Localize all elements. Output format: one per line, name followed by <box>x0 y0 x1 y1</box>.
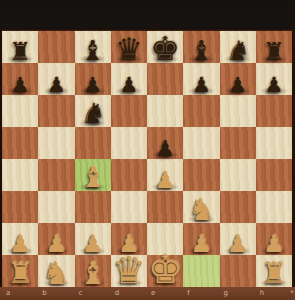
square-c4[interactable]: ♝ <box>75 159 111 191</box>
square-g8[interactable]: ♞ <box>220 31 256 63</box>
square-d8[interactable]: ♛ <box>111 31 147 63</box>
square-e4[interactable]: ♟ <box>147 159 183 191</box>
square-g5[interactable] <box>220 127 256 159</box>
black-pawn-e5[interactable]: ♟ <box>147 139 183 160</box>
white-rook-h1[interactable]: ♜ <box>256 260 292 288</box>
black-bishop-c8[interactable]: ♝ <box>75 38 111 64</box>
square-f4[interactable] <box>183 159 219 191</box>
file-label-g: g <box>224 289 228 298</box>
square-f1[interactable] <box>183 255 219 287</box>
white-pawn-c2[interactable]: ♟ <box>75 233 111 256</box>
square-b1[interactable]: ♞ <box>38 255 74 287</box>
square-h5[interactable] <box>256 127 292 159</box>
square-h1[interactable]: ♜ <box>256 255 292 287</box>
square-c7[interactable]: ♟ <box>75 63 111 95</box>
square-f8[interactable]: ♝ <box>183 31 219 63</box>
square-b5[interactable] <box>38 127 74 159</box>
black-knight-c6[interactable]: ♞ <box>75 101 111 128</box>
square-d3[interactable] <box>111 191 147 223</box>
square-h7[interactable]: ♟ <box>256 63 292 95</box>
square-e6[interactable] <box>147 95 183 127</box>
square-a6[interactable] <box>2 95 38 127</box>
white-bishop-c4[interactable]: ♝ <box>75 164 111 192</box>
white-pawn-e4[interactable]: ♟ <box>147 170 183 192</box>
black-king-e8[interactable]: ♚ <box>147 33 183 64</box>
square-d4[interactable] <box>111 159 147 191</box>
square-f2[interactable]: ♟ <box>183 223 219 255</box>
square-c6[interactable]: ♞ <box>75 95 111 127</box>
black-queen-d8[interactable]: ♛ <box>111 35 147 64</box>
square-f6[interactable] <box>183 95 219 127</box>
square-h8[interactable]: ♜ <box>256 31 292 63</box>
square-g1[interactable] <box>220 255 256 287</box>
square-e7[interactable] <box>147 63 183 95</box>
black-bishop-f8[interactable]: ♝ <box>183 38 219 64</box>
black-knight-g8[interactable]: ♞ <box>220 38 256 64</box>
square-c8[interactable]: ♝ <box>75 31 111 63</box>
board-right-edge <box>292 30 295 287</box>
square-b7[interactable]: ♟ <box>38 63 74 95</box>
black-pawn-d7[interactable]: ♟ <box>111 76 147 96</box>
square-c1[interactable]: ♝ <box>75 255 111 287</box>
square-c5[interactable] <box>75 127 111 159</box>
square-b2[interactable]: ♟ <box>38 223 74 255</box>
square-a5[interactable] <box>2 127 38 159</box>
square-f7[interactable]: ♟ <box>183 63 219 95</box>
square-c2[interactable]: ♟ <box>75 223 111 255</box>
square-c3[interactable] <box>75 191 111 223</box>
black-pawn-b7[interactable]: ♟ <box>38 76 74 96</box>
corner-ornament: ›› <box>287 288 295 296</box>
square-h4[interactable] <box>256 159 292 191</box>
square-g4[interactable] <box>220 159 256 191</box>
white-knight-b1[interactable]: ♞ <box>38 259 74 288</box>
white-rook-a1[interactable]: ♜ <box>2 260 38 288</box>
square-a4[interactable] <box>2 159 38 191</box>
white-pawn-f2[interactable]: ♟ <box>183 233 219 256</box>
file-label-h: h <box>260 289 264 298</box>
black-pawn-h7[interactable]: ♟ <box>256 76 292 96</box>
white-pawn-a2[interactable]: ♟ <box>2 233 38 256</box>
square-h6[interactable] <box>256 95 292 127</box>
black-pawn-g7[interactable]: ♟ <box>220 76 256 96</box>
square-h2[interactable]: ♟ <box>256 223 292 255</box>
square-d6[interactable] <box>111 95 147 127</box>
square-g3[interactable] <box>220 191 256 223</box>
white-pawn-h2[interactable]: ♟ <box>256 233 292 256</box>
black-rook-h8[interactable]: ♜ <box>256 40 292 64</box>
square-b4[interactable] <box>38 159 74 191</box>
square-e3[interactable] <box>147 191 183 223</box>
square-b6[interactable] <box>38 95 74 127</box>
square-d1[interactable]: ♛ <box>111 255 147 287</box>
black-rook-a8[interactable]: ♜ <box>2 40 38 64</box>
square-a7[interactable]: ♟ <box>2 63 38 95</box>
square-a2[interactable]: ♟ <box>2 223 38 255</box>
square-f3[interactable]: ♞ <box>183 191 219 223</box>
square-d5[interactable] <box>111 127 147 159</box>
square-b8[interactable] <box>38 31 74 63</box>
white-bishop-c1[interactable]: ♝ <box>75 259 111 288</box>
square-a8[interactable]: ♜ <box>2 31 38 63</box>
white-pawn-b2[interactable]: ♟ <box>38 233 74 256</box>
square-f5[interactable] <box>183 127 219 159</box>
file-label-f: f <box>187 289 189 298</box>
square-h3[interactable] <box>256 191 292 223</box>
white-queen-d1[interactable]: ♛ <box>111 253 147 288</box>
square-g7[interactable]: ♟ <box>220 63 256 95</box>
chess-board: ♜♝♛♚♝♞♜♟♟♟♟♟♟♟♞♟♝♟♞♟♟♟♟♟♟♟♜♞♝♛♚♜ <box>2 31 292 287</box>
square-d7[interactable]: ♟ <box>111 63 147 95</box>
square-g6[interactable] <box>220 95 256 127</box>
white-king-e1[interactable]: ♚ <box>147 251 183 288</box>
square-g2[interactable]: ♟ <box>220 223 256 255</box>
file-label-a: a <box>6 289 10 298</box>
black-pawn-c7[interactable]: ♟ <box>75 76 111 96</box>
square-e8[interactable]: ♚ <box>147 31 183 63</box>
white-pawn-g2[interactable]: ♟ <box>220 233 256 256</box>
black-pawn-a7[interactable]: ♟ <box>2 76 38 96</box>
chess-app-window: ♜♝♛♚♝♞♜♟♟♟♟♟♟♟♞♟♝♟♞♟♟♟♟♟♟♟♜♞♝♛♚♜ ›› abcd… <box>0 0 295 300</box>
black-pawn-f7[interactable]: ♟ <box>183 76 219 96</box>
square-e5[interactable]: ♟ <box>147 127 183 159</box>
square-a3[interactable] <box>2 191 38 223</box>
white-knight-f3[interactable]: ♞ <box>183 196 219 225</box>
square-b3[interactable] <box>38 191 74 223</box>
square-e1[interactable]: ♚ <box>147 255 183 287</box>
square-a1[interactable]: ♜ <box>2 255 38 287</box>
